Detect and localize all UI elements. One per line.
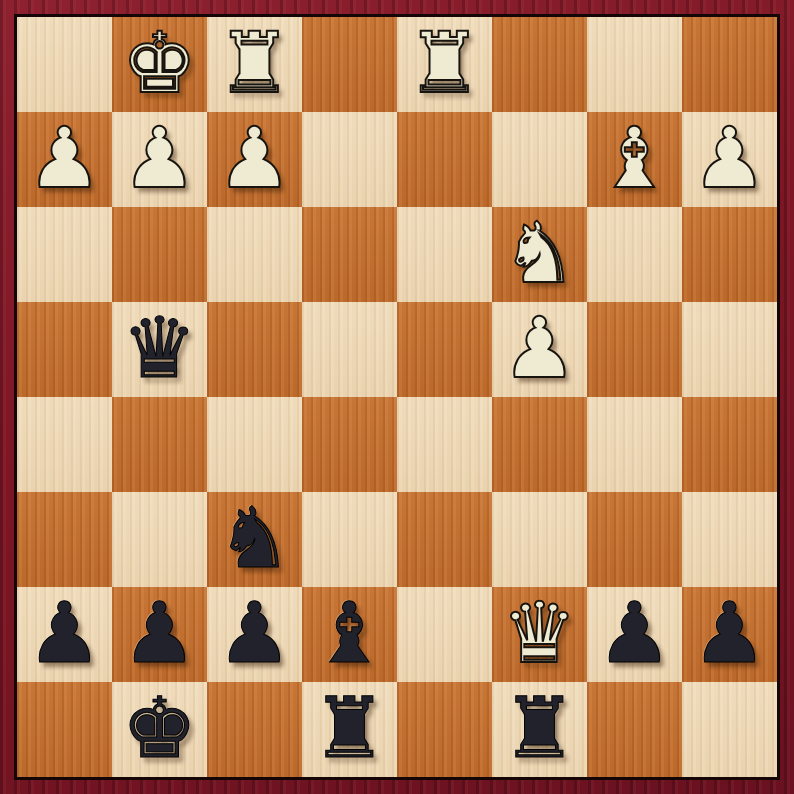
black-pawn-piece[interactable]: ♟ [587, 587, 682, 682]
square-a3[interactable] [17, 492, 112, 587]
square-f5[interactable]: ♟ [492, 302, 587, 397]
square-h2[interactable]: ♟ [682, 587, 777, 682]
square-d7[interactable] [302, 112, 397, 207]
white-knight-piece[interactable]: ♞ [492, 207, 587, 302]
square-h4[interactable] [682, 397, 777, 492]
white-bishop-piece[interactable]: ♝ [587, 112, 682, 207]
square-e2[interactable] [397, 587, 492, 682]
square-c6[interactable] [207, 207, 302, 302]
square-d2[interactable]: ♝ [302, 587, 397, 682]
square-c7[interactable]: ♟ [207, 112, 302, 207]
square-a7[interactable]: ♟ [17, 112, 112, 207]
square-e1[interactable] [397, 682, 492, 777]
black-rook-piece[interactable]: ♜ [302, 682, 397, 777]
square-f2[interactable]: ♛ [492, 587, 587, 682]
square-f1[interactable]: ♜ [492, 682, 587, 777]
square-e8[interactable]: ♜ [397, 17, 492, 112]
square-c5[interactable] [207, 302, 302, 397]
black-king-piece[interactable]: ♚ [112, 682, 207, 777]
black-pawn-piece[interactable]: ♟ [207, 587, 302, 682]
white-pawn-piece[interactable]: ♟ [207, 112, 302, 207]
white-rook-piece[interactable]: ♜ [397, 17, 492, 112]
square-f7[interactable] [492, 112, 587, 207]
square-e5[interactable] [397, 302, 492, 397]
square-b1[interactable]: ♚ [112, 682, 207, 777]
square-h8[interactable] [682, 17, 777, 112]
white-pawn-piece[interactable]: ♟ [682, 112, 777, 207]
square-h1[interactable] [682, 682, 777, 777]
white-pawn-piece[interactable]: ♟ [17, 112, 112, 207]
square-b4[interactable] [112, 397, 207, 492]
square-a2[interactable]: ♟ [17, 587, 112, 682]
square-a1[interactable] [17, 682, 112, 777]
square-g7[interactable]: ♝ [587, 112, 682, 207]
square-f8[interactable] [492, 17, 587, 112]
square-b8[interactable]: ♚ [112, 17, 207, 112]
white-pawn-piece[interactable]: ♟ [492, 302, 587, 397]
square-f6[interactable]: ♞ [492, 207, 587, 302]
square-g2[interactable]: ♟ [587, 587, 682, 682]
square-c3[interactable]: ♞ [207, 492, 302, 587]
black-pawn-piece[interactable]: ♟ [112, 587, 207, 682]
square-g1[interactable] [587, 682, 682, 777]
square-e6[interactable] [397, 207, 492, 302]
square-b2[interactable]: ♟ [112, 587, 207, 682]
square-b3[interactable] [112, 492, 207, 587]
square-d4[interactable] [302, 397, 397, 492]
white-king-piece[interactable]: ♚ [112, 17, 207, 112]
square-d1[interactable]: ♜ [302, 682, 397, 777]
square-g6[interactable] [587, 207, 682, 302]
square-d3[interactable] [302, 492, 397, 587]
chess-board-frame: ♚♜♜♟♟♟♝♟♞♛♟♞♟♟♟♝♛♟♟♚♜♜ [0, 0, 794, 794]
square-h6[interactable] [682, 207, 777, 302]
black-pawn-piece[interactable]: ♟ [682, 587, 777, 682]
square-h5[interactable] [682, 302, 777, 397]
square-c2[interactable]: ♟ [207, 587, 302, 682]
square-g8[interactable] [587, 17, 682, 112]
square-b7[interactable]: ♟ [112, 112, 207, 207]
square-f4[interactable] [492, 397, 587, 492]
square-b6[interactable] [112, 207, 207, 302]
square-g4[interactable] [587, 397, 682, 492]
square-e4[interactable] [397, 397, 492, 492]
white-rook-piece[interactable]: ♜ [207, 17, 302, 112]
black-rook-piece[interactable]: ♜ [492, 682, 587, 777]
chess-board: ♚♜♜♟♟♟♝♟♞♛♟♞♟♟♟♝♛♟♟♚♜♜ [17, 17, 777, 777]
board-inner-border: ♚♜♜♟♟♟♝♟♞♛♟♞♟♟♟♝♛♟♟♚♜♜ [14, 14, 780, 780]
black-pawn-piece[interactable]: ♟ [17, 587, 112, 682]
white-pawn-piece[interactable]: ♟ [112, 112, 207, 207]
square-g5[interactable] [587, 302, 682, 397]
square-a8[interactable] [17, 17, 112, 112]
square-c4[interactable] [207, 397, 302, 492]
square-a4[interactable] [17, 397, 112, 492]
square-h7[interactable]: ♟ [682, 112, 777, 207]
square-a6[interactable] [17, 207, 112, 302]
black-queen-piece[interactable]: ♛ [112, 302, 207, 397]
black-knight-piece[interactable]: ♞ [207, 492, 302, 587]
square-e7[interactable] [397, 112, 492, 207]
square-d6[interactable] [302, 207, 397, 302]
square-g3[interactable] [587, 492, 682, 587]
black-bishop-piece[interactable]: ♝ [302, 587, 397, 682]
square-c1[interactable] [207, 682, 302, 777]
square-f3[interactable] [492, 492, 587, 587]
square-d8[interactable] [302, 17, 397, 112]
square-e3[interactable] [397, 492, 492, 587]
square-h3[interactable] [682, 492, 777, 587]
square-d5[interactable] [302, 302, 397, 397]
square-a5[interactable] [17, 302, 112, 397]
white-queen-piece[interactable]: ♛ [492, 587, 587, 682]
square-b5[interactable]: ♛ [112, 302, 207, 397]
square-c8[interactable]: ♜ [207, 17, 302, 112]
